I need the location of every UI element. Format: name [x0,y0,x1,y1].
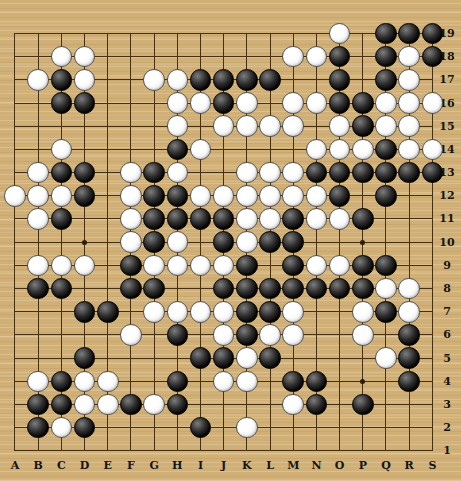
board-cell-G19[interactable] [143,22,166,45]
board-cell-R10[interactable] [398,231,421,254]
board-cell-A13[interactable] [3,161,26,184]
board-cell-J18[interactable] [212,45,235,68]
board-cell-H12[interactable] [166,184,189,207]
board-cell-J11[interactable] [212,207,235,230]
board-cell-F17[interactable] [119,68,142,91]
board-cell-N14[interactable] [305,138,328,161]
board-cell-H5[interactable] [166,347,189,370]
board-cell-C19[interactable] [50,22,73,45]
board-cell-B15[interactable] [27,115,50,138]
board-cell-N16[interactable] [305,91,328,114]
board-cell-A10[interactable] [3,231,26,254]
board-cell-M6[interactable] [282,323,305,346]
board-cell-B3[interactable] [27,393,50,416]
board-cell-Q3[interactable] [374,393,397,416]
board-cell-R6[interactable] [398,323,421,346]
board-cell-D8[interactable] [73,277,96,300]
board-cell-N5[interactable] [305,347,328,370]
board-cell-E17[interactable] [96,68,119,91]
board-cell-K12[interactable] [235,184,258,207]
board-cell-H19[interactable] [166,22,189,45]
board-cell-P6[interactable] [351,323,374,346]
board-cell-R4[interactable] [398,370,421,393]
board-cell-Q15[interactable] [374,115,397,138]
board-cell-R16[interactable] [398,91,421,114]
board-cell-D17[interactable] [73,68,96,91]
board-cell-J7[interactable] [212,300,235,323]
board-cell-E14[interactable] [96,138,119,161]
board-cell-J12[interactable] [212,184,235,207]
board-cell-L9[interactable] [258,254,281,277]
board-cell-L13[interactable] [258,161,281,184]
board-cell-J8[interactable] [212,277,235,300]
board-cell-G3[interactable] [143,393,166,416]
board-cell-J10[interactable] [212,231,235,254]
board-cell-G17[interactable] [143,68,166,91]
board-cell-K4[interactable] [235,370,258,393]
board-cell-F2[interactable] [119,416,142,439]
board-cell-K7[interactable] [235,300,258,323]
board-cell-H10[interactable] [166,231,189,254]
board-cell-C4[interactable] [50,370,73,393]
board-cell-N19[interactable] [305,22,328,45]
board-cell-B10[interactable] [27,231,50,254]
board-cell-I2[interactable] [189,416,212,439]
board-cell-Q12[interactable] [374,184,397,207]
board-cell-G12[interactable] [143,184,166,207]
board-cell-O12[interactable] [328,184,351,207]
board-cell-D12[interactable] [73,184,96,207]
board-cell-L12[interactable] [258,184,281,207]
board-cell-R9[interactable] [398,254,421,277]
board-cell-N11[interactable] [305,207,328,230]
board-cell-D14[interactable] [73,138,96,161]
board-cell-J2[interactable] [212,416,235,439]
board-cell-I5[interactable] [189,347,212,370]
board-cell-G15[interactable] [143,115,166,138]
board-cell-N10[interactable] [305,231,328,254]
board-cell-H11[interactable] [166,207,189,230]
board-cell-L7[interactable] [258,300,281,323]
board-cell-F19[interactable] [119,22,142,45]
board-cell-Q16[interactable] [374,91,397,114]
board-cell-A5[interactable] [3,347,26,370]
board-cell-B17[interactable] [27,68,50,91]
board-cell-P10[interactable] [351,231,374,254]
board-cell-E12[interactable] [96,184,119,207]
board-cell-Q19[interactable] [374,22,397,45]
board-cell-K18[interactable] [235,45,258,68]
board-cell-C16[interactable] [50,91,73,114]
board-cell-R19[interactable] [398,22,421,45]
board-cell-G11[interactable] [143,207,166,230]
board-cell-Q14[interactable] [374,138,397,161]
board-cell-F15[interactable] [119,115,142,138]
board-cell-F12[interactable] [119,184,142,207]
board-cell-N15[interactable] [305,115,328,138]
board-cell-D3[interactable] [73,393,96,416]
board-cell-J16[interactable] [212,91,235,114]
board-cell-R3[interactable] [398,393,421,416]
board-cell-M8[interactable] [282,277,305,300]
board-cell-G18[interactable] [143,45,166,68]
board-cell-A19[interactable] [3,22,26,45]
board-cell-R14[interactable] [398,138,421,161]
board-cell-H17[interactable] [166,68,189,91]
board-cell-P13[interactable] [351,161,374,184]
board-cell-E15[interactable] [96,115,119,138]
board-cell-P3[interactable] [351,393,374,416]
board-cell-C10[interactable] [50,231,73,254]
board-cell-H2[interactable] [166,416,189,439]
board-cell-Q10[interactable] [374,231,397,254]
board-cell-L19[interactable] [258,22,281,45]
board-cell-J17[interactable] [212,68,235,91]
board-cell-I7[interactable] [189,300,212,323]
board-cell-P2[interactable] [351,416,374,439]
board-cell-C13[interactable] [50,161,73,184]
board-cell-I14[interactable] [189,138,212,161]
board-cell-I18[interactable] [189,45,212,68]
board-cell-D10[interactable] [73,231,96,254]
board-cell-A12[interactable] [3,184,26,207]
board-cell-G2[interactable] [143,416,166,439]
board-cell-F10[interactable] [119,231,142,254]
board-cell-H3[interactable] [166,393,189,416]
board-cell-A7[interactable] [3,300,26,323]
board-cell-L18[interactable] [258,45,281,68]
board-cell-D13[interactable] [73,161,96,184]
board-cell-R11[interactable] [398,207,421,230]
board-cell-F6[interactable] [119,323,142,346]
board-cell-Q13[interactable] [374,161,397,184]
board-cell-H15[interactable] [166,115,189,138]
board-cell-K2[interactable] [235,416,258,439]
board-cell-O8[interactable] [328,277,351,300]
board-cell-E13[interactable] [96,161,119,184]
board-cell-E7[interactable] [96,300,119,323]
board-cell-B18[interactable] [27,45,50,68]
board-cell-R5[interactable] [398,347,421,370]
board-cell-K9[interactable] [235,254,258,277]
board-cell-O6[interactable] [328,323,351,346]
board-cell-G10[interactable] [143,231,166,254]
board-cell-K19[interactable] [235,22,258,45]
board-cell-R8[interactable] [398,277,421,300]
board-cell-D7[interactable] [73,300,96,323]
board-cell-I10[interactable] [189,231,212,254]
board-cell-O3[interactable] [328,393,351,416]
board-cell-A11[interactable] [3,207,26,230]
board-cell-D11[interactable] [73,207,96,230]
board-cell-M7[interactable] [282,300,305,323]
board-cell-O15[interactable] [328,115,351,138]
board-cell-N8[interactable] [305,277,328,300]
board-cell-J19[interactable] [212,22,235,45]
board-cell-B19[interactable] [27,22,50,45]
board-cell-J3[interactable] [212,393,235,416]
board-cell-O14[interactable] [328,138,351,161]
board-cell-I3[interactable] [189,393,212,416]
board-cell-D19[interactable] [73,22,96,45]
board-cell-E5[interactable] [96,347,119,370]
board-cell-L4[interactable] [258,370,281,393]
board-cell-H6[interactable] [166,323,189,346]
board-cell-J15[interactable] [212,115,235,138]
board-cell-L10[interactable] [258,231,281,254]
board-cell-F5[interactable] [119,347,142,370]
board-cell-I11[interactable] [189,207,212,230]
board-cell-N9[interactable] [305,254,328,277]
board-cell-L3[interactable] [258,393,281,416]
board-cell-G16[interactable] [143,91,166,114]
board-cell-Q5[interactable] [374,347,397,370]
board-cell-C11[interactable] [50,207,73,230]
board-cell-A3[interactable] [3,393,26,416]
board-cell-N13[interactable] [305,161,328,184]
board-cell-A9[interactable] [3,254,26,277]
board-cell-E4[interactable] [96,370,119,393]
board-cell-E9[interactable] [96,254,119,277]
board-cell-C3[interactable] [50,393,73,416]
board-cell-E8[interactable] [96,277,119,300]
board-cell-A2[interactable] [3,416,26,439]
board-cell-F8[interactable] [119,277,142,300]
board-cell-P17[interactable] [351,68,374,91]
board-cell-E11[interactable] [96,207,119,230]
board-cell-M12[interactable] [282,184,305,207]
board-cell-C18[interactable] [50,45,73,68]
board-cell-K17[interactable] [235,68,258,91]
board-cell-G6[interactable] [143,323,166,346]
board-cell-J14[interactable] [212,138,235,161]
board-cell-B14[interactable] [27,138,50,161]
board-cell-F3[interactable] [119,393,142,416]
board-cell-A18[interactable] [3,45,26,68]
board-cell-A17[interactable] [3,68,26,91]
board-cell-E16[interactable] [96,91,119,114]
board-cell-B11[interactable] [27,207,50,230]
board-cell-K15[interactable] [235,115,258,138]
board-cell-K3[interactable] [235,393,258,416]
board-cell-B4[interactable] [27,370,50,393]
board-cell-C14[interactable] [50,138,73,161]
board-cell-K13[interactable] [235,161,258,184]
board-cell-G9[interactable] [143,254,166,277]
board-cell-M16[interactable] [282,91,305,114]
board-cell-I4[interactable] [189,370,212,393]
board-cell-I19[interactable] [189,22,212,45]
board-cell-G7[interactable] [143,300,166,323]
board-cell-Q11[interactable] [374,207,397,230]
board-cell-N3[interactable] [305,393,328,416]
board-cell-H18[interactable] [166,45,189,68]
board-cell-M11[interactable] [282,207,305,230]
board-cell-Q6[interactable] [374,323,397,346]
board-cell-C5[interactable] [50,347,73,370]
board-cell-M19[interactable] [282,22,305,45]
board-cell-E19[interactable] [96,22,119,45]
board-cell-O7[interactable] [328,300,351,323]
board-cell-C6[interactable] [50,323,73,346]
board-cell-M17[interactable] [282,68,305,91]
board-cell-H14[interactable] [166,138,189,161]
board-cell-K11[interactable] [235,207,258,230]
board-cell-N7[interactable] [305,300,328,323]
board-cell-K5[interactable] [235,347,258,370]
board-cell-L2[interactable] [258,416,281,439]
board-cell-I8[interactable] [189,277,212,300]
board-cell-E10[interactable] [96,231,119,254]
board-cell-R18[interactable] [398,45,421,68]
board-cell-D18[interactable] [73,45,96,68]
board-cell-J9[interactable] [212,254,235,277]
board-cell-L14[interactable] [258,138,281,161]
board-cell-P11[interactable] [351,207,374,230]
board-cell-G13[interactable] [143,161,166,184]
board-cell-L16[interactable] [258,91,281,114]
board-cell-O9[interactable] [328,254,351,277]
board-cell-Q8[interactable] [374,277,397,300]
board-cell-O19[interactable] [328,22,351,45]
board-cell-F16[interactable] [119,91,142,114]
board-cell-E18[interactable] [96,45,119,68]
board-cell-P16[interactable] [351,91,374,114]
board-cell-O11[interactable] [328,207,351,230]
board-cell-J13[interactable] [212,161,235,184]
board-cell-R7[interactable] [398,300,421,323]
board-cell-P9[interactable] [351,254,374,277]
board-cell-H4[interactable] [166,370,189,393]
board-cell-C17[interactable] [50,68,73,91]
board-cell-F4[interactable] [119,370,142,393]
board-cell-A4[interactable] [3,370,26,393]
board-cell-O4[interactable] [328,370,351,393]
board-cell-P19[interactable] [351,22,374,45]
board-cell-M2[interactable] [282,416,305,439]
board-cell-C9[interactable] [50,254,73,277]
board-cell-P14[interactable] [351,138,374,161]
board-cell-R13[interactable] [398,161,421,184]
board-cell-H13[interactable] [166,161,189,184]
board-cell-M13[interactable] [282,161,305,184]
board-cell-Q7[interactable] [374,300,397,323]
board-cell-L11[interactable] [258,207,281,230]
board-cell-O10[interactable] [328,231,351,254]
board-cell-Q17[interactable] [374,68,397,91]
board-cell-N6[interactable] [305,323,328,346]
board-cell-J4[interactable] [212,370,235,393]
board-cell-L17[interactable] [258,68,281,91]
board-cell-P5[interactable] [351,347,374,370]
board-cell-C7[interactable] [50,300,73,323]
board-cell-L5[interactable] [258,347,281,370]
board-cell-I13[interactable] [189,161,212,184]
board-cell-H16[interactable] [166,91,189,114]
board-cell-O13[interactable] [328,161,351,184]
board-cell-H9[interactable] [166,254,189,277]
board-cell-C12[interactable] [50,184,73,207]
board-cell-F18[interactable] [119,45,142,68]
board-cell-K16[interactable] [235,91,258,114]
board-cell-N12[interactable] [305,184,328,207]
board-cell-B13[interactable] [27,161,50,184]
board-cell-J5[interactable] [212,347,235,370]
board-cell-B2[interactable] [27,416,50,439]
board-cell-F14[interactable] [119,138,142,161]
board-cell-M5[interactable] [282,347,305,370]
board-cell-D9[interactable] [73,254,96,277]
board-cell-P4[interactable] [351,370,374,393]
board-cell-G14[interactable] [143,138,166,161]
board-cell-N2[interactable] [305,416,328,439]
board-cell-F13[interactable] [119,161,142,184]
board-cell-B12[interactable] [27,184,50,207]
board-cell-E6[interactable] [96,323,119,346]
board-cell-Q18[interactable] [374,45,397,68]
board-cell-I6[interactable] [189,323,212,346]
board-cell-B5[interactable] [27,347,50,370]
board-cell-A14[interactable] [3,138,26,161]
board-cell-Q9[interactable] [374,254,397,277]
board-cell-E2[interactable] [96,416,119,439]
board-cell-L8[interactable] [258,277,281,300]
board-cell-M4[interactable] [282,370,305,393]
board-cell-K10[interactable] [235,231,258,254]
board-cell-N4[interactable] [305,370,328,393]
board-cell-O2[interactable] [328,416,351,439]
board-cell-M10[interactable] [282,231,305,254]
board-cell-P18[interactable] [351,45,374,68]
board-cell-O5[interactable] [328,347,351,370]
board-cell-I15[interactable] [189,115,212,138]
board-cell-N17[interactable] [305,68,328,91]
board-cell-A16[interactable] [3,91,26,114]
board-cell-B9[interactable] [27,254,50,277]
board-cell-M3[interactable] [282,393,305,416]
board-cell-B7[interactable] [27,300,50,323]
board-cell-M9[interactable] [282,254,305,277]
board-cell-O17[interactable] [328,68,351,91]
board-cell-L6[interactable] [258,323,281,346]
board-cell-G5[interactable] [143,347,166,370]
board-cell-D15[interactable] [73,115,96,138]
board-cell-I12[interactable] [189,184,212,207]
board-cell-L15[interactable] [258,115,281,138]
board-cell-M15[interactable] [282,115,305,138]
board-cell-I9[interactable] [189,254,212,277]
board-cell-O16[interactable] [328,91,351,114]
board-cell-K8[interactable] [235,277,258,300]
board-cell-F9[interactable] [119,254,142,277]
board-cell-C8[interactable] [50,277,73,300]
board-cell-C15[interactable] [50,115,73,138]
board-cell-G8[interactable] [143,277,166,300]
board-cell-D6[interactable] [73,323,96,346]
board-cell-K14[interactable] [235,138,258,161]
board-cell-D4[interactable] [73,370,96,393]
board-cell-R12[interactable] [398,184,421,207]
board-cell-P8[interactable] [351,277,374,300]
board-cell-H8[interactable] [166,277,189,300]
board-cell-F11[interactable] [119,207,142,230]
board-cell-A6[interactable] [3,323,26,346]
board-cell-D5[interactable] [73,347,96,370]
board-cell-E3[interactable] [96,393,119,416]
board-cell-D2[interactable] [73,416,96,439]
board-cell-Q4[interactable] [374,370,397,393]
board-cell-M18[interactable] [282,45,305,68]
